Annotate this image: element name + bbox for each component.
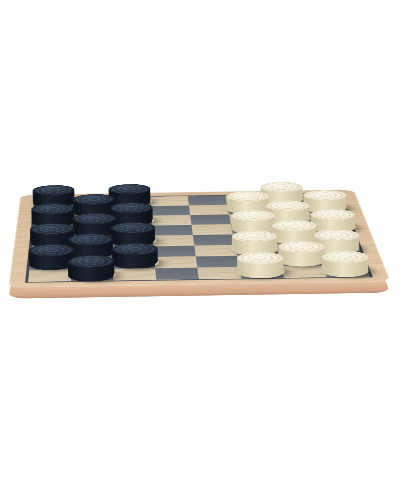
square-r7c3 — [113, 257, 155, 269]
square-r3c4 — [151, 215, 191, 225]
checker-grid — [25, 193, 373, 283]
square-r8c3 — [113, 268, 156, 280]
perspective-wrapper — [0, 0, 400, 480]
square-r8c6 — [239, 266, 284, 278]
square-r4c4 — [152, 225, 193, 236]
square-r6c4 — [154, 246, 196, 257]
square-r5c5 — [193, 234, 235, 245]
board-rotation-wrapper — [0, 0, 400, 480]
product-photo-scene — [0, 0, 400, 480]
checker-black — [68, 269, 115, 282]
square-r3c5 — [190, 214, 231, 224]
checker-white — [236, 265, 285, 278]
square-r7c1 — [30, 258, 72, 270]
square-r7c4 — [155, 256, 198, 268]
square-r5c4 — [153, 235, 194, 246]
square-r8c4 — [155, 268, 198, 280]
square-r8c2 — [71, 269, 114, 281]
square-r2c5 — [189, 205, 229, 215]
square-r2c4 — [151, 205, 191, 215]
checkers-board — [8, 189, 390, 287]
board-wooden-frame — [8, 189, 390, 287]
square-r8c8 — [323, 265, 369, 277]
square-r8c1 — [28, 270, 71, 282]
square-r4c5 — [192, 224, 233, 235]
square-r7c5 — [196, 256, 239, 268]
square-r7c7 — [278, 254, 323, 266]
checker-white — [320, 264, 371, 277]
square-r8c5 — [197, 267, 241, 279]
